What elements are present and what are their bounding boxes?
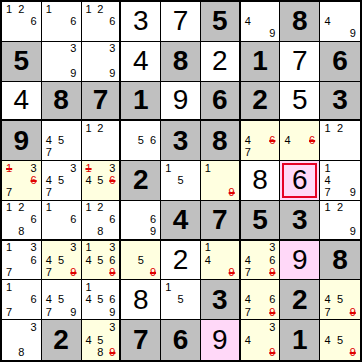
candidate-2: 2 (334, 122, 347, 134)
cell-r1c6[interactable]: 5 (201, 2, 241, 42)
cell-r2c5[interactable]: 8 (161, 42, 201, 82)
cell-r7c7[interactable]: 34679 (241, 241, 281, 281)
solved-digit: 2 (212, 47, 228, 75)
cell-r4c9[interactable]: 12 (320, 121, 360, 161)
solved-digit: 4 (133, 47, 149, 75)
cell-r2c7[interactable]: 1 (241, 42, 281, 82)
empty-candidate-slot (254, 28, 266, 40)
candidate-grid: 46 (281, 122, 318, 159)
candidate-3: 3 (106, 321, 118, 334)
empty-candidate-slot (106, 202, 118, 214)
candidate-7: 7 (242, 266, 254, 278)
candidate-3: 3 (106, 242, 118, 254)
cell-r1c5[interactable]: 7 (161, 2, 201, 42)
candidate-5: 5 (135, 254, 147, 266)
candidate-1: 1 (83, 122, 95, 134)
cell-r2c1[interactable]: 5 (2, 42, 42, 82)
empty-candidate-slot (321, 281, 334, 293)
candidate-grid: 349 (242, 321, 279, 359)
solved-digit: 2 (173, 246, 189, 274)
candidate-4: 4 (281, 135, 293, 147)
cell-r7c9[interactable]: 8 (320, 241, 360, 281)
cell-r3c5[interactable]: 9 (161, 82, 201, 122)
cell-r6c8[interactable]: 3 (280, 201, 320, 241)
empty-candidate-slot (187, 187, 199, 199)
candidate-1: 1 (43, 3, 55, 15)
candidate-7: 7 (43, 306, 55, 318)
cell-r7c4[interactable]: 59 (121, 241, 161, 281)
empty-candidate-slot (67, 135, 79, 147)
given-digit: 5 (212, 7, 228, 35)
empty-candidate-slot (15, 28, 27, 40)
empty-candidate-slot (187, 162, 199, 174)
empty-candidate-slot (254, 3, 266, 15)
empty-candidate-slot (254, 266, 266, 278)
cell-r2c3[interactable]: 39 (82, 42, 122, 82)
empty-candidate-slot (226, 242, 238, 254)
empty-candidate-slot (122, 135, 134, 147)
candidate-7: 7 (242, 147, 254, 159)
cell-r5c7[interactable]: 8 (241, 161, 281, 201)
candidate-grid: 13456 (83, 162, 119, 199)
cell-r2c8[interactable]: 7 (280, 42, 320, 82)
empty-candidate-slot (28, 3, 40, 15)
empty-candidate-slot (55, 281, 67, 293)
candidate-grid: 34579 (43, 242, 80, 279)
cell-r5c9[interactable]: 1479 (320, 161, 360, 201)
candidate-9: 9 (67, 67, 79, 79)
candidate-5: 5 (174, 174, 186, 186)
candidate-7: 7 (321, 306, 334, 318)
candidate-1: 1 (83, 242, 95, 254)
empty-candidate-slot (94, 15, 106, 27)
cell-r6c5[interactable]: 4 (161, 201, 201, 241)
candidate-9: 9 (106, 67, 118, 79)
candidate-grid: 49 (242, 3, 279, 40)
candidate-3: 3 (28, 242, 40, 254)
candidate-9: 9 (106, 306, 118, 318)
given-digit: 2 (133, 166, 149, 194)
candidate-6: 6 (67, 214, 79, 226)
empty-candidate-slot (122, 226, 134, 238)
empty-candidate-slot (254, 147, 266, 159)
empty-candidate-slot (55, 55, 67, 67)
candidate-grid: 126 (83, 3, 119, 40)
empty-candidate-slot (266, 3, 278, 15)
empty-candidate-slot (94, 306, 106, 318)
given-digit: 3 (212, 286, 228, 314)
empty-candidate-slot (346, 281, 359, 293)
candidate-3: 3 (266, 321, 278, 334)
cell-r6c3[interactable]: 1268 (82, 201, 122, 241)
cell-r6c4[interactable]: 69 (121, 201, 161, 241)
cell-r6c9[interactable]: 129 (320, 201, 360, 241)
cell-r2c6[interactable]: 2 (201, 42, 241, 82)
candidate-7: 7 (3, 266, 15, 278)
empty-candidate-slot (334, 15, 347, 27)
given-digit: 2 (53, 326, 69, 354)
empty-candidate-slot (43, 43, 55, 55)
cell-r9c9[interactable]: 459 (320, 320, 360, 360)
candidate-6: 6 (106, 254, 118, 266)
candidate-grid: 16 (43, 202, 80, 238)
candidate-4: 4 (202, 254, 214, 266)
cell-r8c2[interactable]: 4579 (42, 280, 82, 320)
candidate-3: 3 (67, 242, 79, 254)
candidate-6: 6 (147, 214, 159, 226)
cell-r3c1[interactable]: 4 (2, 82, 42, 122)
cell-r1c8[interactable]: 8 (280, 2, 320, 42)
empty-candidate-slot (254, 242, 266, 254)
empty-candidate-slot (321, 321, 334, 334)
cell-r8c8[interactable]: 2 (280, 280, 320, 320)
cell-r6c7[interactable]: 5 (241, 201, 281, 241)
empty-candidate-slot (55, 122, 67, 134)
candidate-grid: 1367 (3, 162, 40, 199)
cell-r1c2[interactable]: 16 (42, 2, 82, 42)
solved-digit: 8 (252, 166, 268, 194)
empty-candidate-slot (106, 147, 118, 159)
given-digit: 1 (252, 47, 268, 75)
cell-r1c9[interactable]: 49 (320, 2, 360, 42)
cell-r4c7[interactable]: 467 (241, 121, 281, 161)
candidate-4: 4 (83, 294, 95, 306)
cell-r4c2[interactable]: 457 (42, 121, 82, 161)
given-digit: 3 (173, 127, 189, 155)
given-digit: 8 (212, 127, 228, 155)
candidate-2: 2 (334, 202, 347, 214)
given-digit: 7 (212, 206, 228, 234)
cell-r9c3[interactable]: 34589 (82, 320, 122, 360)
empty-candidate-slot (106, 28, 118, 40)
struck-candidate-9: 9 (266, 306, 278, 318)
empty-candidate-slot (202, 266, 214, 278)
empty-candidate-slot (55, 202, 67, 214)
empty-candidate-slot (334, 346, 347, 359)
candidate-grid: 38 (3, 321, 40, 359)
cell-r6c6[interactable]: 7 (201, 201, 241, 241)
empty-candidate-slot (67, 281, 79, 293)
candidate-3: 3 (67, 43, 79, 55)
cell-r4c4[interactable]: 56 (121, 121, 161, 161)
empty-candidate-slot (43, 226, 55, 238)
cell-r9c8[interactable]: 1 (280, 320, 320, 360)
candidate-3: 3 (28, 162, 40, 174)
empty-candidate-slot (15, 174, 27, 186)
candidate-grid: 39 (83, 43, 119, 80)
empty-candidate-slot (94, 214, 106, 226)
empty-candidate-slot (135, 226, 147, 238)
candidate-9: 9 (266, 28, 278, 40)
candidate-6: 6 (266, 294, 278, 306)
empty-candidate-slot (281, 122, 293, 134)
empty-candidate-slot (281, 147, 293, 159)
empty-candidate-slot (55, 15, 67, 27)
candidate-9: 9 (346, 28, 359, 40)
empty-candidate-slot (94, 162, 106, 174)
cell-r4c5[interactable]: 3 (161, 121, 201, 161)
empty-candidate-slot (214, 242, 226, 254)
empty-candidate-slot (321, 346, 334, 359)
cell-r1c3[interactable]: 126 (82, 2, 122, 42)
candidate-6: 6 (106, 214, 118, 226)
empty-candidate-slot (321, 147, 334, 159)
candidate-2: 2 (94, 122, 106, 134)
empty-candidate-slot (135, 266, 147, 278)
candidate-grid: 69 (122, 202, 159, 238)
empty-candidate-slot (122, 214, 134, 226)
cell-r4c6[interactable]: 8 (201, 121, 241, 161)
cell-r8c4[interactable]: 8 (121, 280, 161, 320)
empty-candidate-slot (15, 214, 27, 226)
candidate-1: 1 (3, 242, 15, 254)
empty-candidate-slot (321, 28, 334, 40)
candidate-1: 1 (202, 242, 214, 254)
candidate-5: 5 (55, 135, 67, 147)
candidate-1: 1 (83, 202, 95, 214)
empty-candidate-slot (266, 15, 278, 27)
given-digit: 9 (14, 127, 30, 155)
empty-candidate-slot (15, 242, 27, 254)
candidate-7: 7 (321, 187, 334, 199)
cell-r5c4[interactable]: 2 (121, 161, 161, 201)
cell-r5c2[interactable]: 3457 (42, 161, 82, 201)
cell-r2c4[interactable]: 4 (121, 42, 161, 82)
candidate-grid: 1268 (3, 202, 40, 238)
empty-candidate-slot (55, 67, 67, 79)
empty-candidate-slot (294, 147, 306, 159)
candidate-grid: 4679 (242, 281, 279, 318)
cell-r6c2[interactable]: 16 (42, 201, 82, 241)
cell-r4c8[interactable]: 46 (280, 121, 320, 161)
struck-candidate-9: 9 (346, 306, 359, 318)
empty-candidate-slot (83, 214, 95, 226)
cell-r5c8[interactable]: 6 (280, 161, 320, 201)
empty-candidate-slot (242, 122, 254, 134)
cell-r3c4[interactable]: 1 (121, 82, 161, 122)
cell-r9c7[interactable]: 349 (241, 320, 281, 360)
candidate-5: 5 (55, 254, 67, 266)
candidate-1: 1 (202, 162, 214, 174)
cell-r2c9[interactable]: 6 (320, 42, 360, 82)
empty-candidate-slot (83, 135, 95, 147)
cell-r3c7[interactable]: 2 (241, 82, 281, 122)
candidate-grid: 4579 (43, 281, 80, 318)
candidate-1: 1 (321, 162, 334, 174)
empty-candidate-slot (67, 294, 79, 306)
cell-r4c3[interactable]: 12 (82, 121, 122, 161)
empty-candidate-slot (226, 174, 238, 186)
candidate-2: 2 (94, 3, 106, 15)
empty-candidate-slot (94, 55, 106, 67)
candidate-6: 6 (266, 254, 278, 266)
cell-r7c5[interactable]: 2 (161, 241, 201, 281)
empty-candidate-slot (135, 122, 147, 134)
solved-digit: 9 (173, 86, 189, 114)
cell-r7c8[interactable]: 9 (280, 241, 320, 281)
candidate-4: 4 (43, 135, 55, 147)
empty-candidate-slot (346, 334, 359, 347)
cell-r4c1[interactable]: 9 (2, 121, 42, 161)
candidate-4: 4 (43, 174, 55, 186)
empty-candidate-slot (15, 306, 27, 318)
cell-r7c3[interactable]: 134569 (82, 241, 122, 281)
cell-r1c7[interactable]: 49 (241, 2, 281, 42)
cell-r8c5[interactable]: 15 (161, 280, 201, 320)
cell-r3c8[interactable]: 5 (280, 82, 320, 122)
candidate-1: 1 (83, 281, 95, 293)
cell-r1c4[interactable]: 3 (121, 2, 161, 42)
candidate-grid: 16 (43, 3, 80, 40)
empty-candidate-slot (55, 226, 67, 238)
empty-candidate-slot (28, 306, 40, 318)
empty-candidate-slot (67, 174, 79, 186)
cell-r9c6[interactable]: 9 (201, 320, 241, 360)
candidate-grid: 39 (43, 43, 80, 80)
candidate-2: 2 (15, 3, 27, 15)
empty-candidate-slot (346, 294, 359, 306)
solved-digit: 7 (292, 47, 308, 75)
struck-candidate-9: 9 (67, 266, 79, 278)
empty-candidate-slot (346, 321, 359, 334)
cell-r9c1[interactable]: 38 (2, 320, 42, 360)
cell-r5c1[interactable]: 1367 (2, 161, 42, 201)
empty-candidate-slot (67, 226, 79, 238)
empty-candidate-slot (242, 242, 254, 254)
cell-r3c3[interactable]: 7 (82, 82, 122, 122)
empty-candidate-slot (94, 321, 106, 334)
empty-candidate-slot (242, 28, 254, 40)
empty-candidate-slot (266, 281, 278, 293)
candidate-6: 6 (106, 294, 118, 306)
empty-candidate-slot (254, 321, 266, 334)
cell-r3c9[interactable]: 3 (320, 82, 360, 122)
cell-r5c3[interactable]: 13456 (82, 161, 122, 201)
given-digit: 8 (53, 86, 69, 114)
empty-candidate-slot (43, 67, 55, 79)
empty-candidate-slot (346, 202, 359, 214)
cell-r9c4[interactable]: 7 (121, 320, 161, 360)
candidate-5: 5 (55, 174, 67, 186)
empty-candidate-slot (202, 174, 214, 186)
empty-candidate-slot (346, 122, 359, 134)
cell-r9c2[interactable]: 2 (42, 320, 82, 360)
candidate-4: 4 (321, 15, 334, 27)
candidate-4: 4 (242, 254, 254, 266)
empty-candidate-slot (55, 43, 67, 55)
empty-candidate-slot (15, 294, 27, 306)
candidate-5: 5 (135, 135, 147, 147)
candidate-4: 4 (83, 334, 95, 347)
candidate-7: 7 (43, 266, 55, 278)
empty-candidate-slot (15, 266, 27, 278)
empty-candidate-slot (334, 3, 347, 15)
candidate-grid: 14569 (83, 281, 119, 318)
cell-r8c9[interactable]: 4579 (320, 280, 360, 320)
cell-r7c1[interactable]: 1367 (2, 241, 42, 281)
empty-candidate-slot (3, 214, 15, 226)
cell-r5c5[interactable]: 15 (161, 161, 201, 201)
cell-r3c6[interactable]: 6 (201, 82, 241, 122)
cell-r6c1[interactable]: 1268 (2, 201, 42, 241)
candidate-7: 7 (242, 306, 254, 318)
empty-candidate-slot (55, 162, 67, 174)
empty-candidate-slot (135, 202, 147, 214)
candidate-grid: 12 (83, 122, 119, 159)
struck-candidate-6: 6 (106, 174, 118, 186)
solved-digit: 9 (292, 246, 308, 274)
candidate-5: 5 (334, 294, 347, 306)
cell-r7c6[interactable]: 149 (201, 241, 241, 281)
candidate-grid: 12 (321, 122, 359, 159)
struck-candidate-9: 9 (226, 266, 238, 278)
empty-candidate-slot (83, 15, 95, 27)
empty-candidate-slot (266, 122, 278, 134)
empty-candidate-slot (321, 226, 334, 238)
empty-candidate-slot (28, 226, 40, 238)
empty-candidate-slot (67, 147, 79, 159)
empty-candidate-slot (346, 15, 359, 27)
struck-candidate-6: 6 (306, 135, 318, 147)
solved-digit: 5 (292, 86, 308, 114)
empty-candidate-slot (346, 3, 359, 15)
struck-candidate-9: 9 (346, 346, 359, 359)
empty-candidate-slot (266, 147, 278, 159)
cell-r8c6[interactable]: 3 (201, 280, 241, 320)
candidate-grid: 149 (202, 242, 238, 279)
empty-candidate-slot (55, 147, 67, 159)
candidate-7: 7 (3, 187, 15, 199)
candidate-4: 4 (242, 334, 254, 347)
candidate-9: 9 (67, 306, 79, 318)
candidate-grid: 457 (43, 122, 80, 159)
empty-candidate-slot (122, 122, 134, 134)
candidate-9: 9 (147, 226, 159, 238)
candidate-grid: 167 (3, 281, 40, 318)
cell-r7c2[interactable]: 34579 (42, 241, 82, 281)
candidate-grid: 126 (3, 3, 40, 40)
empty-candidate-slot (162, 174, 174, 186)
empty-candidate-slot (187, 306, 199, 318)
empty-candidate-slot (254, 122, 266, 134)
candidate-5: 5 (94, 334, 106, 347)
empty-candidate-slot (147, 242, 159, 254)
sudoku-board: 1261612637549849539394821764871962539457… (0, 0, 362, 362)
given-digit: 5 (252, 206, 268, 234)
given-digit: 8 (173, 47, 189, 75)
given-digit: 4 (173, 206, 189, 234)
empty-candidate-slot (15, 162, 27, 174)
cell-r3c2[interactable]: 8 (42, 82, 82, 122)
empty-candidate-slot (83, 306, 95, 318)
candidate-5: 5 (55, 294, 67, 306)
cell-r8c1[interactable]: 167 (2, 280, 42, 320)
cell-r1c1[interactable]: 126 (2, 2, 42, 42)
candidate-6: 6 (147, 135, 159, 147)
empty-candidate-slot (346, 214, 359, 226)
empty-candidate-slot (67, 55, 79, 67)
candidate-grid: 15 (162, 281, 199, 318)
empty-candidate-slot (83, 28, 95, 40)
cell-r5c6[interactable]: 19 (201, 161, 241, 201)
empty-candidate-slot (67, 122, 79, 134)
empty-candidate-slot (187, 174, 199, 186)
cell-r2c2[interactable]: 39 (42, 42, 82, 82)
cell-r8c7[interactable]: 4679 (241, 280, 281, 320)
empty-candidate-slot (162, 187, 174, 199)
cell-r9c5[interactable]: 6 (161, 320, 201, 360)
cell-r8c3[interactable]: 14569 (82, 280, 122, 320)
